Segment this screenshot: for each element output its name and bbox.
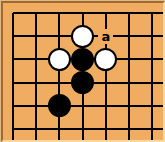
black-stone	[71, 48, 94, 71]
grid-line-vertical	[12, 13, 14, 140]
grid-line-horizontal	[13, 12, 163, 14]
grid-line-vertical	[58, 13, 60, 140]
black-stone	[48, 94, 71, 117]
white-stone	[71, 25, 94, 48]
go-board: a	[3, 3, 163, 140]
black-stone	[71, 71, 94, 94]
grid-line-vertical	[151, 13, 153, 140]
point-label-a: a	[98, 29, 113, 44]
white-stone	[94, 48, 117, 71]
grid-line-vertical	[128, 13, 130, 140]
grid-line-horizontal	[13, 128, 163, 130]
white-stone	[48, 48, 71, 71]
grid-line-vertical	[35, 13, 37, 140]
grid-line-horizontal	[13, 105, 163, 107]
board-frame: a	[1, 1, 165, 142]
go-diagram: a	[0, 0, 165, 142]
